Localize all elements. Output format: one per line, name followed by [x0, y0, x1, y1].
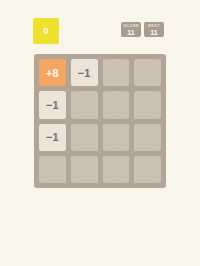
tile: +8	[39, 59, 66, 86]
game-board[interactable]: +8−1−1−1	[34, 54, 166, 188]
score-value: 0	[43, 26, 48, 36]
best-badge-label: BEST	[148, 24, 160, 28]
empty-cell	[134, 156, 161, 183]
score-badge-label: SCORE	[123, 24, 139, 28]
score-tile: 0	[33, 18, 59, 44]
empty-cell	[134, 59, 161, 86]
empty-cell	[103, 59, 130, 86]
tile: −1	[39, 124, 66, 151]
empty-cell	[134, 91, 161, 118]
empty-cell	[39, 156, 66, 183]
game-screen: 0 SCORE 11 BEST 11 +8−1−1−1	[0, 0, 200, 266]
empty-cell	[134, 124, 161, 151]
tile: −1	[71, 59, 98, 86]
best-badge: BEST 11	[144, 22, 164, 37]
score-badge: SCORE 11	[121, 22, 141, 37]
empty-cell	[103, 91, 130, 118]
empty-cell	[71, 156, 98, 183]
empty-cell	[103, 156, 130, 183]
tile: −1	[39, 91, 66, 118]
empty-cell	[103, 124, 130, 151]
empty-cell	[71, 91, 98, 118]
empty-cell	[71, 124, 98, 151]
score-badge-value: 11	[127, 29, 134, 36]
header-badges: SCORE 11 BEST 11	[121, 22, 164, 37]
best-badge-value: 11	[150, 29, 157, 36]
